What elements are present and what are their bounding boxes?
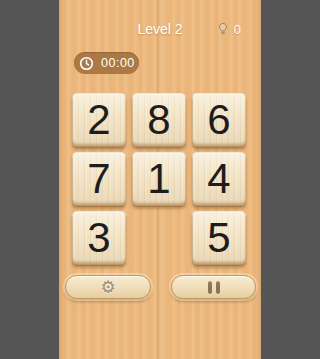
- tile-8[interactable]: 8: [132, 93, 186, 147]
- hint-counter: 0: [218, 21, 241, 37]
- tile-1[interactable]: 1: [132, 152, 186, 206]
- pause-icon: [208, 281, 220, 294]
- game-screen: Level 2 0 00:00 28671435 ⚙: [59, 0, 261, 359]
- clock-icon: [79, 56, 94, 71]
- empty-cell: [132, 211, 186, 265]
- tile-2[interactable]: 2: [72, 93, 126, 147]
- hint-count-value: 0: [234, 22, 241, 37]
- settings-button[interactable]: ⚙: [65, 275, 151, 299]
- tile-4[interactable]: 4: [192, 152, 246, 206]
- tile-5[interactable]: 5: [192, 211, 246, 265]
- tile-6[interactable]: 6: [192, 93, 246, 147]
- tile-7[interactable]: 7: [72, 152, 126, 206]
- gear-icon: ⚙: [100, 279, 115, 296]
- timer-badge: 00:00: [74, 52, 139, 74]
- hint-bulb-icon: [218, 22, 228, 36]
- puzzle-board: 28671435: [72, 93, 246, 265]
- pause-button[interactable]: [171, 275, 256, 299]
- timer-value: 00:00: [101, 56, 135, 70]
- tile-3[interactable]: 3: [72, 211, 126, 265]
